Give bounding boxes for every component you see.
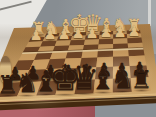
piece-white-pawn-h2: ♟ (30, 27, 43, 41)
piece-white-pawn-a2: ♟ (128, 24, 141, 38)
piece-white-pawn-c2: ♟ (100, 25, 113, 39)
pieces-layer: ♜♞♝♛♚♝♞♜♟♟♟♟♟♟♟♟♟♟♟♟♟♟♟♟♜♞♝♛♚♝♞♜ (0, 0, 156, 117)
chessboard-photo: ♜♞♝♛♚♝♞♜♟♟♟♟♟♟♟♟♟♟♟♟♟♟♟♟♜♞♝♛♚♝♞♜ (0, 0, 156, 117)
piece-white-pawn-b2: ♟ (114, 24, 127, 38)
piece-white-pawn-f2: ♟ (58, 26, 71, 40)
piece-white-pawn-d2: ♟ (86, 25, 99, 39)
piece-white-pawn-g2: ♟ (44, 27, 57, 41)
piece-black-rook-h8: ♜ (0, 73, 19, 97)
piece-white-pawn-e2: ♟ (72, 26, 85, 40)
